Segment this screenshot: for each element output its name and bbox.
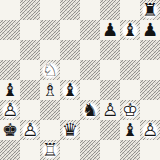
square-e8[interactable] bbox=[80, 0, 100, 20]
square-h2[interactable]: ♙ bbox=[140, 120, 160, 140]
square-e1[interactable] bbox=[80, 140, 100, 160]
square-e2[interactable] bbox=[80, 120, 100, 140]
square-a4[interactable]: ♝ bbox=[0, 80, 20, 100]
square-f2[interactable] bbox=[100, 120, 120, 140]
square-d2[interactable]: ♛ bbox=[60, 120, 80, 140]
square-a8[interactable] bbox=[0, 0, 20, 20]
square-d5[interactable] bbox=[60, 60, 80, 80]
white-bishop-piece: ♗ bbox=[42, 80, 58, 100]
square-g5[interactable] bbox=[120, 60, 140, 80]
square-g2[interactable]: ♝ bbox=[120, 120, 140, 140]
square-h3[interactable] bbox=[140, 100, 160, 120]
square-e7[interactable] bbox=[80, 20, 100, 40]
square-g3[interactable]: ♔ bbox=[120, 100, 140, 120]
square-f1[interactable] bbox=[100, 140, 120, 160]
square-e5[interactable] bbox=[80, 60, 100, 80]
square-a5[interactable] bbox=[0, 60, 20, 80]
black-pawn-piece: ♟ bbox=[142, 20, 158, 40]
square-h4[interactable] bbox=[140, 80, 160, 100]
square-c7[interactable] bbox=[40, 20, 60, 40]
square-f5[interactable] bbox=[100, 60, 120, 80]
black-bishop-piece: ♝ bbox=[2, 80, 18, 100]
square-b2[interactable]: ♙ bbox=[20, 120, 40, 140]
square-h8[interactable]: ♜ bbox=[140, 0, 160, 20]
square-b6[interactable] bbox=[20, 40, 40, 60]
square-g6[interactable] bbox=[120, 40, 140, 60]
black-pawn-piece: ♟ bbox=[102, 20, 118, 40]
square-g8[interactable] bbox=[120, 0, 140, 20]
white-pawn-piece: ♙ bbox=[142, 120, 158, 140]
square-d3[interactable] bbox=[60, 100, 80, 120]
square-d7[interactable] bbox=[60, 20, 80, 40]
square-a7[interactable] bbox=[0, 20, 20, 40]
white-pawn-piece: ♙ bbox=[2, 100, 18, 120]
square-g1[interactable] bbox=[120, 140, 140, 160]
white-king-piece: ♔ bbox=[122, 100, 138, 120]
square-d1[interactable] bbox=[60, 140, 80, 160]
square-b8[interactable] bbox=[20, 0, 40, 20]
square-h6[interactable] bbox=[140, 40, 160, 60]
square-d4[interactable]: ♝ bbox=[60, 80, 80, 100]
square-c8[interactable] bbox=[40, 0, 60, 20]
square-a3[interactable]: ♙ bbox=[0, 100, 20, 120]
square-g7[interactable]: ♝ bbox=[120, 20, 140, 40]
black-queen-piece: ♛ bbox=[62, 120, 78, 140]
square-c3[interactable] bbox=[40, 100, 60, 120]
square-e6[interactable] bbox=[80, 40, 100, 60]
square-e3[interactable]: ♞ bbox=[80, 100, 100, 120]
square-c1[interactable]: ♖ bbox=[40, 140, 60, 160]
black-bishop-piece: ♝ bbox=[122, 120, 138, 140]
square-b5[interactable] bbox=[20, 60, 40, 80]
white-pawn-piece: ♙ bbox=[22, 120, 38, 140]
square-e4[interactable] bbox=[80, 80, 100, 100]
square-h5[interactable] bbox=[140, 60, 160, 80]
square-h7[interactable]: ♟ bbox=[140, 20, 160, 40]
square-f3[interactable]: ♙ bbox=[100, 100, 120, 120]
square-c5[interactable]: ♘ bbox=[40, 60, 60, 80]
square-f8[interactable] bbox=[100, 0, 120, 20]
square-c4[interactable]: ♗ bbox=[40, 80, 60, 100]
square-a6[interactable] bbox=[0, 40, 20, 60]
square-b7[interactable] bbox=[20, 20, 40, 40]
white-knight-piece: ♘ bbox=[42, 60, 58, 80]
black-king-piece: ♚ bbox=[2, 120, 18, 140]
white-rook-piece: ♖ bbox=[42, 140, 58, 160]
square-g4[interactable] bbox=[120, 80, 140, 100]
square-f6[interactable] bbox=[100, 40, 120, 60]
square-c6[interactable] bbox=[40, 40, 60, 60]
square-a2[interactable]: ♚ bbox=[0, 120, 20, 140]
square-b1[interactable] bbox=[20, 140, 40, 160]
square-d8[interactable] bbox=[60, 0, 80, 20]
chess-board: ♜♟♝♟♘♝♗♝♙♞♙♔♚♙♛♝♙♖ bbox=[0, 0, 160, 160]
black-bishop-piece: ♝ bbox=[122, 20, 138, 40]
square-b3[interactable] bbox=[20, 100, 40, 120]
square-b4[interactable] bbox=[20, 80, 40, 100]
square-f4[interactable] bbox=[100, 80, 120, 100]
square-f7[interactable]: ♟ bbox=[100, 20, 120, 40]
square-c2[interactable] bbox=[40, 120, 60, 140]
black-knight-piece: ♞ bbox=[82, 100, 98, 120]
white-pawn-piece: ♙ bbox=[102, 100, 118, 120]
square-h1[interactable] bbox=[140, 140, 160, 160]
black-bishop-piece: ♝ bbox=[62, 80, 78, 100]
black-rook-piece: ♜ bbox=[142, 0, 158, 20]
square-d6[interactable] bbox=[60, 40, 80, 60]
square-a1[interactable] bbox=[0, 140, 20, 160]
